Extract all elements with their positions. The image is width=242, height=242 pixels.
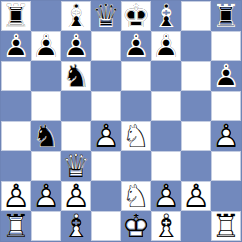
square-g7[interactable] xyxy=(181,31,211,61)
piece-outline-glyph: ♕ xyxy=(91,1,121,31)
square-d8[interactable]: ♛♕ xyxy=(91,1,121,31)
piece-fill-glyph: ♝ xyxy=(61,1,91,31)
white-pawn[interactable]: ♟♙ xyxy=(91,121,121,151)
black-bishop[interactable]: ♝♗ xyxy=(61,1,91,31)
piece-fill-glyph: ♟ xyxy=(91,121,121,151)
square-b1[interactable] xyxy=(31,211,61,241)
white-bishop[interactable]: ♝♗ xyxy=(151,211,181,241)
black-queen[interactable]: ♛♕ xyxy=(91,1,121,31)
piece-outline-glyph: ♘ xyxy=(121,181,151,211)
piece-fill-glyph: ♛ xyxy=(61,151,91,181)
piece-fill-glyph: ♛ xyxy=(91,1,121,31)
piece-fill-glyph: ♞ xyxy=(121,181,151,211)
square-b2[interactable]: ♟♙ xyxy=(31,181,61,211)
piece-outline-glyph: ♗ xyxy=(151,211,181,241)
piece-fill-glyph: ♟ xyxy=(121,31,151,61)
piece-fill-glyph: ♞ xyxy=(121,121,151,151)
square-f7[interactable]: ♟♙ xyxy=(151,31,181,61)
black-rook[interactable]: ♜♖ xyxy=(211,1,241,31)
square-d3[interactable] xyxy=(91,151,121,181)
square-h8[interactable]: ♜♖ xyxy=(211,1,241,31)
piece-outline-glyph: ♘ xyxy=(61,61,91,91)
piece-outline-glyph: ♘ xyxy=(31,121,61,151)
black-pawn[interactable]: ♟♙ xyxy=(1,31,31,61)
square-e3[interactable] xyxy=(121,151,151,181)
square-h1[interactable]: ♜♖ xyxy=(211,211,241,241)
piece-fill-glyph: ♟ xyxy=(31,181,61,211)
black-knight[interactable]: ♞♘ xyxy=(61,61,91,91)
piece-outline-glyph: ♙ xyxy=(211,61,241,91)
square-e4[interactable]: ♞♘ xyxy=(121,121,151,151)
square-c5[interactable] xyxy=(61,91,91,121)
square-g3[interactable] xyxy=(181,151,211,181)
piece-fill-glyph: ♚ xyxy=(121,1,151,31)
black-pawn[interactable]: ♟♙ xyxy=(61,31,91,61)
white-pawn[interactable]: ♟♙ xyxy=(181,181,211,211)
white-rook[interactable]: ♜♖ xyxy=(1,211,31,241)
white-knight[interactable]: ♞♘ xyxy=(121,181,151,211)
square-g6[interactable] xyxy=(181,61,211,91)
piece-outline-glyph: ♗ xyxy=(61,211,91,241)
piece-fill-glyph: ♞ xyxy=(61,61,91,91)
square-a7[interactable]: ♟♙ xyxy=(1,31,31,61)
piece-fill-glyph: ♝ xyxy=(151,211,181,241)
white-pawn[interactable]: ♟♙ xyxy=(61,181,91,211)
piece-outline-glyph: ♖ xyxy=(211,1,241,31)
square-e7[interactable]: ♟♙ xyxy=(121,31,151,61)
piece-outline-glyph: ♖ xyxy=(1,1,31,31)
piece-fill-glyph: ♟ xyxy=(1,31,31,61)
square-b5[interactable] xyxy=(31,91,61,121)
square-a2[interactable]: ♟♙ xyxy=(1,181,31,211)
piece-outline-glyph: ♔ xyxy=(121,1,151,31)
square-a6[interactable] xyxy=(1,61,31,91)
square-e8[interactable]: ♚♔ xyxy=(121,1,151,31)
square-h2[interactable] xyxy=(211,181,241,211)
piece-outline-glyph: ♙ xyxy=(1,31,31,61)
square-c1[interactable]: ♝♗ xyxy=(61,211,91,241)
square-f3[interactable] xyxy=(151,151,181,181)
black-pawn[interactable]: ♟♙ xyxy=(121,31,151,61)
square-d5[interactable] xyxy=(91,91,121,121)
white-queen[interactable]: ♛♕ xyxy=(61,151,91,181)
piece-fill-glyph: ♟ xyxy=(61,31,91,61)
piece-fill-glyph: ♝ xyxy=(61,211,91,241)
black-bishop[interactable]: ♝♗ xyxy=(151,1,181,31)
white-knight[interactable]: ♞♘ xyxy=(121,121,151,151)
square-f5[interactable] xyxy=(151,91,181,121)
white-pawn[interactable]: ♟♙ xyxy=(1,181,31,211)
square-d6[interactable] xyxy=(91,61,121,91)
piece-outline-glyph: ♙ xyxy=(121,31,151,61)
square-c8[interactable]: ♝♗ xyxy=(61,1,91,31)
square-c6[interactable]: ♞♘ xyxy=(61,61,91,91)
square-g5[interactable] xyxy=(181,91,211,121)
square-a4[interactable] xyxy=(1,121,31,151)
chess-board: ♜♖♝♗♛♕♚♔♝♗♜♖♟♙♟♙♟♙♟♙♟♙♞♘♟♙♞♘♟♙♞♘♟♙♛♕♟♙♟♙… xyxy=(0,0,242,242)
black-pawn[interactable]: ♟♙ xyxy=(211,61,241,91)
square-g4[interactable] xyxy=(181,121,211,151)
piece-outline-glyph: ♕ xyxy=(61,151,91,181)
piece-outline-glyph: ♗ xyxy=(151,1,181,31)
square-a3[interactable] xyxy=(1,151,31,181)
square-e6[interactable] xyxy=(121,61,151,91)
square-h5[interactable] xyxy=(211,91,241,121)
piece-fill-glyph: ♜ xyxy=(1,211,31,241)
square-h3[interactable] xyxy=(211,151,241,181)
white-pawn[interactable]: ♟♙ xyxy=(211,121,241,151)
piece-outline-glyph: ♙ xyxy=(151,181,181,211)
square-g1[interactable] xyxy=(181,211,211,241)
square-h7[interactable] xyxy=(211,31,241,61)
square-d4[interactable]: ♟♙ xyxy=(91,121,121,151)
piece-fill-glyph: ♟ xyxy=(61,181,91,211)
piece-outline-glyph: ♔ xyxy=(121,211,151,241)
piece-fill-glyph: ♟ xyxy=(1,181,31,211)
piece-fill-glyph: ♟ xyxy=(181,181,211,211)
piece-fill-glyph: ♟ xyxy=(31,31,61,61)
piece-fill-glyph: ♜ xyxy=(211,1,241,31)
piece-fill-glyph: ♟ xyxy=(151,31,181,61)
piece-fill-glyph: ♚ xyxy=(121,211,151,241)
square-b8[interactable] xyxy=(31,1,61,31)
white-bishop[interactable]: ♝♗ xyxy=(61,211,91,241)
square-e5[interactable] xyxy=(121,91,151,121)
square-f6[interactable] xyxy=(151,61,181,91)
piece-outline-glyph: ♙ xyxy=(211,121,241,151)
square-g8[interactable] xyxy=(181,1,211,31)
black-pawn[interactable]: ♟♙ xyxy=(31,31,61,61)
piece-outline-glyph: ♙ xyxy=(31,31,61,61)
black-pawn[interactable]: ♟♙ xyxy=(151,31,181,61)
square-c3[interactable]: ♛♕ xyxy=(61,151,91,181)
piece-outline-glyph: ♙ xyxy=(61,31,91,61)
piece-outline-glyph: ♖ xyxy=(1,211,31,241)
square-c2[interactable]: ♟♙ xyxy=(61,181,91,211)
square-f4[interactable] xyxy=(151,121,181,151)
white-pawn[interactable]: ♟♙ xyxy=(31,181,61,211)
square-b3[interactable] xyxy=(31,151,61,181)
piece-fill-glyph: ♜ xyxy=(211,211,241,241)
white-pawn[interactable]: ♟♙ xyxy=(151,181,181,211)
square-a1[interactable]: ♜♖ xyxy=(1,211,31,241)
piece-outline-glyph: ♙ xyxy=(1,181,31,211)
piece-outline-glyph: ♙ xyxy=(181,181,211,211)
square-h6[interactable]: ♟♙ xyxy=(211,61,241,91)
piece-fill-glyph: ♝ xyxy=(151,1,181,31)
square-c7[interactable]: ♟♙ xyxy=(61,31,91,61)
square-b6[interactable] xyxy=(31,61,61,91)
piece-outline-glyph: ♙ xyxy=(151,31,181,61)
square-f2[interactable]: ♟♙ xyxy=(151,181,181,211)
square-a5[interactable] xyxy=(1,91,31,121)
square-g2[interactable]: ♟♙ xyxy=(181,181,211,211)
square-a8[interactable]: ♜♖ xyxy=(1,1,31,31)
black-rook[interactable]: ♜♖ xyxy=(1,1,31,31)
piece-outline-glyph: ♙ xyxy=(91,121,121,151)
square-f8[interactable]: ♝♗ xyxy=(151,1,181,31)
piece-fill-glyph: ♜ xyxy=(1,1,31,31)
piece-fill-glyph: ♟ xyxy=(211,121,241,151)
white-king[interactable]: ♚♔ xyxy=(121,211,151,241)
square-d7[interactable] xyxy=(91,31,121,61)
square-e1[interactable]: ♚♔ xyxy=(121,211,151,241)
piece-outline-glyph: ♖ xyxy=(211,211,241,241)
square-e2[interactable]: ♞♘ xyxy=(121,181,151,211)
piece-outline-glyph: ♘ xyxy=(121,121,151,151)
piece-outline-glyph: ♙ xyxy=(61,181,91,211)
piece-fill-glyph: ♟ xyxy=(151,181,181,211)
square-d2[interactable] xyxy=(91,181,121,211)
square-b7[interactable]: ♟♙ xyxy=(31,31,61,61)
black-king[interactable]: ♚♔ xyxy=(121,1,151,31)
square-h4[interactable]: ♟♙ xyxy=(211,121,241,151)
square-f1[interactable]: ♝♗ xyxy=(151,211,181,241)
square-b4[interactable]: ♞♘ xyxy=(31,121,61,151)
piece-outline-glyph: ♗ xyxy=(61,1,91,31)
black-knight[interactable]: ♞♘ xyxy=(31,121,61,151)
piece-fill-glyph: ♞ xyxy=(31,121,61,151)
square-d1[interactable] xyxy=(91,211,121,241)
white-rook[interactable]: ♜♖ xyxy=(211,211,241,241)
piece-fill-glyph: ♟ xyxy=(211,61,241,91)
piece-outline-glyph: ♙ xyxy=(31,181,61,211)
square-c4[interactable] xyxy=(61,121,91,151)
